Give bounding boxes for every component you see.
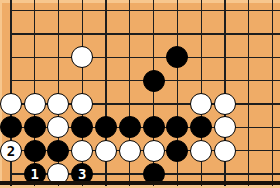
white-stone [214,116,236,138]
board-intersection [261,0,280,22]
board-intersection [237,0,261,22]
board-intersection [237,139,261,162]
white-stone [190,140,212,162]
board-grid: 213 [0,0,280,186]
board-intersection [213,116,237,139]
board-intersection [47,92,71,115]
board-intersection [261,69,280,92]
board-intersection [237,22,261,45]
board-intersection [0,92,23,115]
board-intersection [213,46,237,69]
board-intersection [0,22,23,45]
board-intersection [166,0,190,22]
board-intersection [213,69,237,92]
board-intersection [94,69,118,92]
black-stone [119,116,141,138]
board-intersection [166,22,190,45]
board-intersection [189,139,213,162]
board-intersection [237,69,261,92]
board-intersection [47,46,71,69]
black-stone [24,140,46,162]
board-intersection [189,22,213,45]
move-number-3: 3 [78,167,86,181]
board-intersection [142,46,166,69]
board-intersection [47,139,71,162]
board-intersection [237,116,261,139]
board-intersection [118,69,142,92]
board-intersection [23,46,47,69]
board-intersection [47,116,71,139]
black-stone [95,116,117,138]
white-stone [0,93,22,115]
board-intersection [0,69,23,92]
board-intersection [70,46,94,69]
board-intersection [189,116,213,139]
board-intersection [23,92,47,115]
board-intersection [118,92,142,115]
board-intersection [23,116,47,139]
board-intersection [237,92,261,115]
move-number-2: 2 [7,143,15,157]
black-stone [71,116,93,138]
black-stone [143,70,165,92]
board-intersection [94,46,118,69]
board-intersection [47,69,71,92]
black-stone [166,116,188,138]
board-intersection [166,139,190,162]
board-intersection [237,46,261,69]
white-stone [95,140,117,162]
board-intersection [118,46,142,69]
board-intersection [142,0,166,22]
board-intersection [94,139,118,162]
board-intersection [47,22,71,45]
white-stone [190,93,212,115]
board-intersection [213,22,237,45]
board-intersection: 2 [0,139,23,162]
white-stone [47,93,69,115]
board-intersection [70,139,94,162]
white-stone [214,93,236,115]
board-intersection [70,92,94,115]
go-board-diagram: 213 [0,0,280,188]
board-intersection [213,139,237,162]
board-intersection [166,92,190,115]
white-stone [119,140,141,162]
board-intersection [47,0,71,22]
board-intersection [261,116,280,139]
board-intersection [70,69,94,92]
board-intersection [23,139,47,162]
white-stone [71,140,93,162]
board-intersection [166,69,190,92]
board-intersection [118,22,142,45]
board-intersection [0,46,23,69]
white-stone [71,93,93,115]
board-intersection [23,69,47,92]
board-intersection [142,69,166,92]
board-intersection [118,139,142,162]
board-intersection [261,92,280,115]
black-stone [0,116,22,138]
board-intersection [261,46,280,69]
board-bottom-edge-line [0,181,280,185]
black-stone [166,140,188,162]
board-intersection [189,0,213,22]
board-intersection [189,46,213,69]
board-intersection [23,22,47,45]
white-stone [24,93,46,115]
board-intersection [261,22,280,45]
board-intersection [94,22,118,45]
move-number-1: 1 [30,167,38,181]
white-stone [71,46,93,68]
board-intersection [70,116,94,139]
board-intersection [142,116,166,139]
black-stone [47,140,69,162]
board-intersection [0,0,23,22]
board-intersection [166,46,190,69]
board-intersection [261,139,280,162]
board-intersection [70,0,94,22]
black-stone [190,116,212,138]
board-intersection [142,139,166,162]
board-intersection [142,92,166,115]
black-stone [24,116,46,138]
board-intersection [23,0,47,22]
board-intersection [142,22,166,45]
board-intersection [0,116,23,139]
white-stone [47,116,69,138]
board-intersection [189,69,213,92]
board-intersection [213,92,237,115]
white-stone: 2 [0,140,22,162]
board-intersection [118,0,142,22]
black-stone [143,116,165,138]
board-intersection [189,92,213,115]
board-intersection [118,116,142,139]
board-intersection [94,116,118,139]
white-stone [214,140,236,162]
white-stone [143,140,165,162]
board-intersection [166,116,190,139]
board-intersection [94,0,118,22]
board-intersection [70,22,94,45]
board-intersection [213,0,237,22]
board-intersection [94,92,118,115]
black-stone [166,46,188,68]
